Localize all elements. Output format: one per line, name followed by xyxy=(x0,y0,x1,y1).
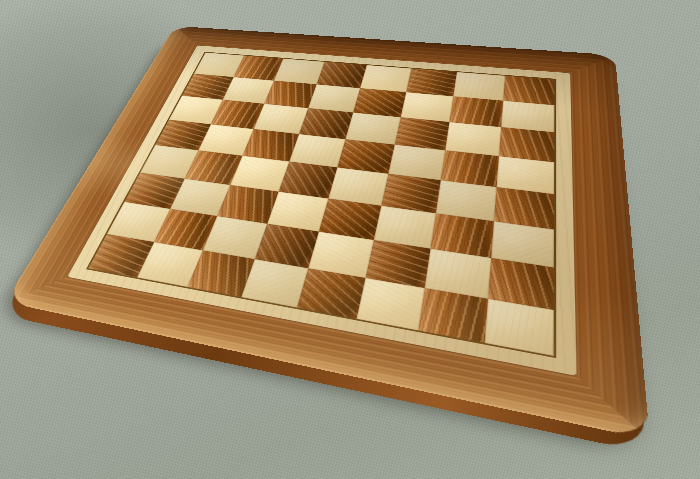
square-f7[interactable] xyxy=(400,92,453,122)
square-h8[interactable] xyxy=(503,76,555,105)
photo-scene xyxy=(0,0,700,479)
square-f5[interactable] xyxy=(388,144,445,180)
square-d6[interactable] xyxy=(299,108,353,139)
square-e5[interactable] xyxy=(337,139,394,174)
square-e1[interactable] xyxy=(297,268,365,319)
